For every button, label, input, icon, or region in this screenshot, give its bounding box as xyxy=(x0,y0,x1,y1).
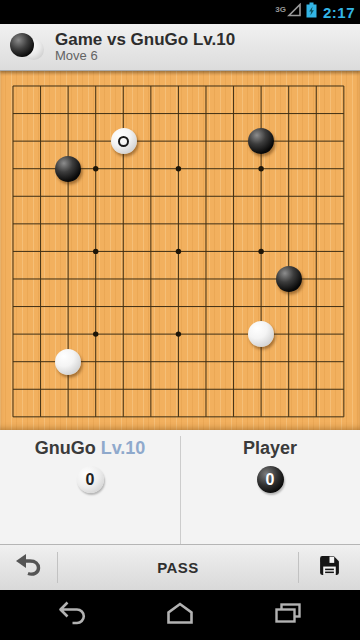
nav-recents-button[interactable] xyxy=(253,590,323,640)
undo-icon xyxy=(15,553,42,582)
last-move-marker xyxy=(118,136,129,147)
panel-divider xyxy=(180,436,181,544)
status-bar: 3G 2:17 xyxy=(0,0,360,24)
nav-back-button[interactable] xyxy=(38,590,108,640)
network-type-label: 3G xyxy=(275,6,286,14)
go-board[interactable] xyxy=(0,71,360,430)
stone-white-E11 xyxy=(111,128,137,154)
navigation-bar xyxy=(0,590,360,640)
recents-icon xyxy=(273,601,303,629)
stone-black-K11 xyxy=(248,128,274,154)
player-gnugo: GnuGo Lv.10 0 xyxy=(0,430,180,544)
player-captures-badge: 0 xyxy=(257,466,284,493)
save-icon xyxy=(318,554,341,581)
signal-triangle-icon xyxy=(287,3,302,21)
page-title: Game vs GnuGo Lv.10 xyxy=(55,30,235,50)
black-white-stones-icon xyxy=(10,33,45,61)
home-icon xyxy=(165,601,195,629)
stone-white-K4 xyxy=(248,321,274,347)
stone-grid[interactable] xyxy=(0,73,358,431)
gnugo-name: GnuGo Lv.10 xyxy=(35,438,146,459)
app-screen: 3G 2:17 Game vs GnuGo Lv.10 Move 6 xyxy=(0,0,360,640)
header-titles: Game vs GnuGo Lv.10 Move 6 xyxy=(55,30,235,64)
save-button[interactable] xyxy=(299,545,360,590)
nav-home-button[interactable] xyxy=(145,590,215,640)
network-status: 3G xyxy=(275,3,302,21)
gnugo-captures-badge: 0 xyxy=(77,466,104,493)
pass-button[interactable]: PASS xyxy=(58,545,298,590)
clock: 2:17 xyxy=(323,4,355,21)
stone-black-C10 xyxy=(55,156,81,182)
back-icon xyxy=(58,600,88,630)
player-human: Player 0 xyxy=(180,430,360,544)
stone-white-C3 xyxy=(55,349,81,375)
players-panel: GnuGo Lv.10 0 Player 0 xyxy=(0,430,360,544)
stone-black-L6 xyxy=(276,266,302,292)
undo-button[interactable] xyxy=(0,545,57,590)
toolbar: PASS xyxy=(0,544,360,590)
player-name: Player xyxy=(243,438,297,459)
gnugo-level: Lv.10 xyxy=(101,438,146,458)
battery-charging-icon xyxy=(306,2,317,22)
move-counter: Move 6 xyxy=(55,49,235,64)
header: Game vs GnuGo Lv.10 Move 6 xyxy=(0,24,360,71)
